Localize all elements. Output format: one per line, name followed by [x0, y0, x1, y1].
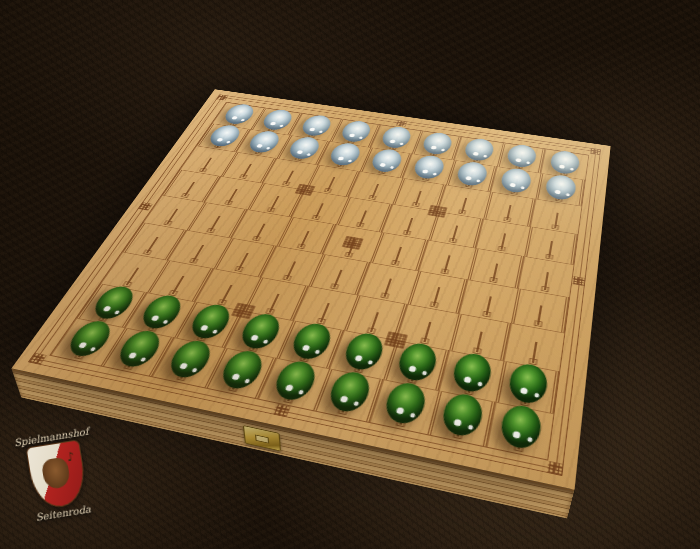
- cell-r6-c5[interactable]: [309, 254, 370, 295]
- maker-crest: Spielmannshof Seitenroda: [8, 425, 110, 547]
- green-stone[interactable]: [341, 331, 388, 373]
- rosette-mark: [232, 303, 256, 319]
- rosette-mark: [342, 236, 363, 249]
- green-stone[interactable]: [395, 341, 440, 384]
- cell-r7-c5[interactable]: [293, 286, 357, 330]
- cell-r4-c7[interactable]: [428, 211, 483, 248]
- cell-r5-c9[interactable]: [518, 256, 574, 297]
- green-stone[interactable]: [88, 284, 140, 322]
- frame-hatch-mark: [216, 95, 228, 101]
- cell-r6-c8[interactable]: [459, 279, 518, 323]
- green-stone[interactable]: [113, 328, 167, 370]
- cell-r8-c1[interactable]: [77, 283, 148, 327]
- cell-r8-c3[interactable]: [174, 301, 243, 347]
- crest-shield: [26, 439, 89, 511]
- green-stone[interactable]: [507, 361, 550, 406]
- cell-r6-c9[interactable]: [511, 288, 569, 333]
- cell-r8-c5[interactable]: [276, 320, 344, 368]
- cell-r4-c8[interactable]: [476, 219, 530, 256]
- green-stone[interactable]: [439, 391, 486, 439]
- cell-r4-c9[interactable]: [524, 226, 578, 264]
- cell-r6-c7[interactable]: [408, 271, 468, 314]
- green-stone[interactable]: [164, 338, 217, 381]
- green-stone[interactable]: [270, 358, 320, 403]
- cell-r7-c2[interactable]: [147, 260, 214, 302]
- cell-r9-c2[interactable]: [101, 327, 175, 376]
- green-stone[interactable]: [381, 380, 429, 427]
- board-top-face: [11, 89, 610, 489]
- cell-r8-c8[interactable]: [439, 350, 504, 402]
- cell-r5-c8[interactable]: [468, 248, 525, 288]
- green-stone[interactable]: [498, 402, 543, 451]
- cell-r8-c6[interactable]: [329, 330, 396, 379]
- cell-r7-c3[interactable]: [195, 268, 261, 310]
- green-stone[interactable]: [216, 348, 267, 392]
- green-stone[interactable]: [288, 321, 336, 362]
- green-stone[interactable]: [236, 311, 285, 351]
- cell-r7-c7[interactable]: [396, 304, 459, 350]
- brass-latch[interactable]: [243, 425, 281, 451]
- game-board-box: [11, 89, 610, 489]
- green-stone[interactable]: [450, 351, 494, 395]
- rosette-mark: [385, 332, 408, 349]
- cell-r8-c9[interactable]: [495, 361, 559, 414]
- frame-hatch-mark: [590, 148, 601, 155]
- green-stone[interactable]: [63, 318, 117, 359]
- photo-scene: Spielmannshof Seitenroda: [0, 0, 700, 549]
- cell-r7-c9[interactable]: [504, 323, 565, 371]
- cell-r8-c7[interactable]: [383, 340, 449, 390]
- cell-r7-c4[interactable]: [243, 277, 308, 320]
- green-stone[interactable]: [186, 302, 236, 341]
- cell-r7-c8[interactable]: [449, 313, 511, 360]
- green-stone[interactable]: [136, 293, 187, 331]
- cell-r8-c4[interactable]: [225, 311, 293, 358]
- cell-r5-c6[interactable]: [370, 232, 428, 271]
